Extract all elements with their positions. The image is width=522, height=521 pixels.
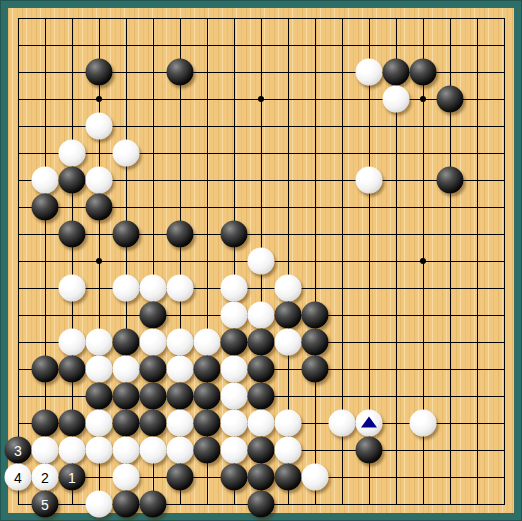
black-stone[interactable] <box>113 221 140 248</box>
white-stone[interactable]: 4 <box>5 464 32 491</box>
black-stone[interactable] <box>113 410 140 437</box>
black-stone[interactable] <box>86 59 113 86</box>
black-stone[interactable] <box>113 329 140 356</box>
grid-line-vertical <box>504 18 505 505</box>
white-stone[interactable] <box>194 329 221 356</box>
white-stone[interactable] <box>167 356 194 383</box>
move-number-label: 5 <box>41 497 49 511</box>
grid-line-horizontal <box>18 288 505 289</box>
black-stone[interactable] <box>410 59 437 86</box>
star-point <box>96 96 102 102</box>
white-stone[interactable] <box>86 437 113 464</box>
black-stone[interactable] <box>383 59 410 86</box>
white-stone[interactable] <box>140 437 167 464</box>
black-stone[interactable] <box>221 329 248 356</box>
black-stone[interactable] <box>194 410 221 437</box>
white-stone[interactable] <box>248 248 275 275</box>
black-stone[interactable] <box>140 356 167 383</box>
white-stone[interactable] <box>275 410 302 437</box>
star-point <box>96 258 102 264</box>
black-stone[interactable]: 1 <box>59 464 86 491</box>
star-point <box>420 258 426 264</box>
white-stone[interactable] <box>302 464 329 491</box>
black-stone[interactable] <box>248 356 275 383</box>
white-stone[interactable] <box>221 275 248 302</box>
white-stone[interactable] <box>86 491 113 518</box>
black-stone[interactable] <box>59 410 86 437</box>
white-stone[interactable] <box>221 302 248 329</box>
white-stone[interactable] <box>140 275 167 302</box>
black-stone[interactable] <box>167 221 194 248</box>
black-stone[interactable] <box>302 329 329 356</box>
black-stone[interactable] <box>437 167 464 194</box>
white-stone[interactable] <box>329 410 356 437</box>
white-stone[interactable] <box>167 437 194 464</box>
white-stone[interactable] <box>356 59 383 86</box>
white-stone[interactable] <box>410 410 437 437</box>
white-stone[interactable] <box>221 410 248 437</box>
white-stone[interactable] <box>140 329 167 356</box>
white-stone[interactable] <box>275 329 302 356</box>
black-stone[interactable] <box>86 383 113 410</box>
white-stone[interactable] <box>32 167 59 194</box>
white-stone[interactable] <box>221 383 248 410</box>
black-stone[interactable]: 3 <box>5 437 32 464</box>
black-stone[interactable] <box>194 437 221 464</box>
black-stone[interactable] <box>248 383 275 410</box>
black-stone[interactable] <box>248 464 275 491</box>
go-board-frame: 34215 <box>0 0 522 521</box>
white-stone[interactable] <box>113 140 140 167</box>
black-stone[interactable] <box>167 59 194 86</box>
black-stone[interactable] <box>140 491 167 518</box>
black-stone[interactable]: 5 <box>32 491 59 518</box>
white-stone[interactable] <box>275 437 302 464</box>
black-stone[interactable] <box>302 302 329 329</box>
black-stone[interactable] <box>248 329 275 356</box>
star-point <box>258 96 264 102</box>
black-stone[interactable] <box>302 356 329 383</box>
white-stone[interactable] <box>59 275 86 302</box>
white-stone[interactable] <box>275 275 302 302</box>
white-stone[interactable] <box>86 113 113 140</box>
black-stone[interactable] <box>140 383 167 410</box>
white-stone[interactable] <box>383 86 410 113</box>
black-stone[interactable] <box>248 491 275 518</box>
black-stone[interactable] <box>167 464 194 491</box>
white-stone[interactable] <box>59 437 86 464</box>
black-stone[interactable] <box>113 383 140 410</box>
black-stone[interactable] <box>356 437 383 464</box>
white-stone[interactable] <box>167 329 194 356</box>
white-stone[interactable]: 2 <box>32 464 59 491</box>
black-stone[interactable] <box>32 410 59 437</box>
white-stone[interactable] <box>221 437 248 464</box>
white-stone[interactable] <box>221 356 248 383</box>
move-number-label: 1 <box>68 470 76 484</box>
black-stone[interactable] <box>275 302 302 329</box>
go-board[interactable]: 34215 <box>8 8 514 513</box>
black-stone[interactable] <box>248 437 275 464</box>
move-number-label: 2 <box>41 470 49 484</box>
black-stone[interactable] <box>59 356 86 383</box>
white-stone[interactable] <box>86 167 113 194</box>
black-stone[interactable] <box>59 167 86 194</box>
white-stone[interactable] <box>167 410 194 437</box>
white-stone[interactable] <box>167 275 194 302</box>
white-stone[interactable] <box>356 167 383 194</box>
black-stone[interactable] <box>221 464 248 491</box>
white-stone[interactable] <box>86 329 113 356</box>
white-stone[interactable] <box>113 356 140 383</box>
black-stone[interactable] <box>86 194 113 221</box>
last-move-triangle-marker <box>361 417 377 428</box>
white-stone[interactable] <box>248 302 275 329</box>
white-stone[interactable] <box>32 437 59 464</box>
black-stone[interactable] <box>59 221 86 248</box>
white-stone[interactable] <box>113 275 140 302</box>
grid-line-vertical <box>477 18 478 505</box>
white-stone[interactable] <box>59 329 86 356</box>
move-number-label: 3 <box>14 443 22 457</box>
white-stone[interactable] <box>248 410 275 437</box>
white-stone[interactable] <box>86 410 113 437</box>
white-stone[interactable] <box>86 356 113 383</box>
black-stone[interactable] <box>437 86 464 113</box>
black-stone[interactable] <box>167 383 194 410</box>
star-point <box>420 96 426 102</box>
black-stone[interactable] <box>221 221 248 248</box>
black-stone[interactable] <box>113 491 140 518</box>
white-stone[interactable] <box>113 464 140 491</box>
black-stone[interactable] <box>194 383 221 410</box>
black-stone[interactable] <box>275 464 302 491</box>
white-stone[interactable] <box>113 437 140 464</box>
black-stone[interactable] <box>32 194 59 221</box>
black-stone[interactable] <box>140 302 167 329</box>
grid-line-vertical <box>315 18 316 505</box>
black-stone[interactable] <box>140 410 167 437</box>
move-number-label: 4 <box>14 470 22 484</box>
black-stone[interactable] <box>32 356 59 383</box>
white-stone[interactable] <box>59 140 86 167</box>
black-stone[interactable] <box>194 356 221 383</box>
